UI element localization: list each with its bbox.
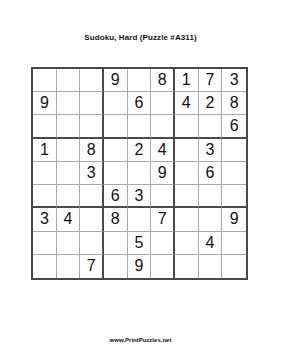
- cell-r7c5-empty[interactable]: [128, 208, 152, 231]
- cell-r5c6-given[interactable]: 9: [151, 162, 175, 185]
- cell-r1c2-empty[interactable]: [57, 69, 81, 92]
- cell-r3c6-empty[interactable]: [151, 115, 175, 138]
- cell-r1c9-given[interactable]: 3: [222, 69, 246, 92]
- cell-r6c3-empty[interactable]: [80, 185, 104, 208]
- cell-r9c3-given[interactable]: 7: [80, 255, 104, 278]
- cell-r4c4-empty[interactable]: [104, 139, 128, 162]
- cell-r9c6-empty[interactable]: [151, 255, 175, 278]
- sudoku-board: 981739642861824339663348795479: [31, 67, 248, 280]
- cell-r5c8-given[interactable]: 6: [199, 162, 223, 185]
- cell-r5c7-empty[interactable]: [175, 162, 199, 185]
- cell-r8c1-empty[interactable]: [33, 232, 57, 255]
- cell-r3c8-empty[interactable]: [199, 115, 223, 138]
- cell-r9c9-empty[interactable]: [222, 255, 246, 278]
- cell-r7c7-empty[interactable]: [175, 208, 199, 231]
- cell-r2c9-given[interactable]: 8: [222, 92, 246, 115]
- cell-r2c8-given[interactable]: 2: [199, 92, 223, 115]
- cell-r4c5-given[interactable]: 2: [128, 139, 152, 162]
- cell-r7c2-given[interactable]: 4: [57, 208, 81, 231]
- cell-r5c3-given[interactable]: 3: [80, 162, 104, 185]
- cell-r4c8-given[interactable]: 3: [199, 139, 223, 162]
- cell-r8c3-empty[interactable]: [80, 232, 104, 255]
- sudoku-page: Sudoku, Hard (Puzzle #A311) 981739642861…: [0, 0, 281, 363]
- cell-r2c3-empty[interactable]: [80, 92, 104, 115]
- cell-r1c7-given[interactable]: 1: [175, 69, 199, 92]
- cell-r5c4-empty[interactable]: [104, 162, 128, 185]
- cell-r8c7-empty[interactable]: [175, 232, 199, 255]
- cell-r6c8-empty[interactable]: [199, 185, 223, 208]
- puzzle-title: Sudoku, Hard (Puzzle #A311): [0, 33, 281, 42]
- cell-r7c1-given[interactable]: 3: [33, 208, 57, 231]
- cell-r2c4-empty[interactable]: [104, 92, 128, 115]
- cell-r9c7-empty[interactable]: [175, 255, 199, 278]
- cell-r5c5-empty[interactable]: [128, 162, 152, 185]
- cell-r1c6-given[interactable]: 8: [151, 69, 175, 92]
- cell-r6c4-given[interactable]: 6: [104, 185, 128, 208]
- cell-r1c5-empty[interactable]: [128, 69, 152, 92]
- cell-r1c1-empty[interactable]: [33, 69, 57, 92]
- cell-r9c2-empty[interactable]: [57, 255, 81, 278]
- cell-r8c9-empty[interactable]: [222, 232, 246, 255]
- cell-r3c4-empty[interactable]: [104, 115, 128, 138]
- cell-r1c3-empty[interactable]: [80, 69, 104, 92]
- cell-r4c3-given[interactable]: 8: [80, 139, 104, 162]
- cell-r1c8-given[interactable]: 7: [199, 69, 223, 92]
- cell-r3c9-given[interactable]: 6: [222, 115, 246, 138]
- cell-r4c9-empty[interactable]: [222, 139, 246, 162]
- cell-r7c9-given[interactable]: 9: [222, 208, 246, 231]
- cell-r4c2-empty[interactable]: [57, 139, 81, 162]
- cell-r6c1-empty[interactable]: [33, 185, 57, 208]
- cell-r2c7-given[interactable]: 4: [175, 92, 199, 115]
- cell-r5c2-empty[interactable]: [57, 162, 81, 185]
- cell-r3c5-empty[interactable]: [128, 115, 152, 138]
- cell-r9c1-empty[interactable]: [33, 255, 57, 278]
- cell-r7c4-given[interactable]: 8: [104, 208, 128, 231]
- footer-url: www.PrintPuzzles.net: [0, 337, 281, 343]
- cell-r9c4-empty[interactable]: [104, 255, 128, 278]
- cell-r8c8-given[interactable]: 4: [199, 232, 223, 255]
- cell-r9c8-empty[interactable]: [199, 255, 223, 278]
- cell-r3c2-empty[interactable]: [57, 115, 81, 138]
- cell-r9c5-given[interactable]: 9: [128, 255, 152, 278]
- cell-r3c3-empty[interactable]: [80, 115, 104, 138]
- cell-r7c6-given[interactable]: 7: [151, 208, 175, 231]
- cell-r8c2-empty[interactable]: [57, 232, 81, 255]
- cell-r8c6-empty[interactable]: [151, 232, 175, 255]
- cell-r6c2-empty[interactable]: [57, 185, 81, 208]
- cell-r4c6-given[interactable]: 4: [151, 139, 175, 162]
- cell-r3c1-empty[interactable]: [33, 115, 57, 138]
- cell-r4c7-empty[interactable]: [175, 139, 199, 162]
- cell-r7c3-empty[interactable]: [80, 208, 104, 231]
- cell-r8c4-empty[interactable]: [104, 232, 128, 255]
- cell-r4c1-given[interactable]: 1: [33, 139, 57, 162]
- cell-r6c7-empty[interactable]: [175, 185, 199, 208]
- cell-r2c5-given[interactable]: 6: [128, 92, 152, 115]
- cell-r3c7-empty[interactable]: [175, 115, 199, 138]
- cell-r6c5-given[interactable]: 3: [128, 185, 152, 208]
- cell-r8c5-given[interactable]: 5: [128, 232, 152, 255]
- cell-r2c2-empty[interactable]: [57, 92, 81, 115]
- cell-r7c8-empty[interactable]: [199, 208, 223, 231]
- cell-r6c9-empty[interactable]: [222, 185, 246, 208]
- cell-r2c6-empty[interactable]: [151, 92, 175, 115]
- cell-r1c4-given[interactable]: 9: [104, 69, 128, 92]
- cell-r6c6-empty[interactable]: [151, 185, 175, 208]
- cell-r2c1-given[interactable]: 9: [33, 92, 57, 115]
- cell-r5c9-empty[interactable]: [222, 162, 246, 185]
- cell-r5c1-empty[interactable]: [33, 162, 57, 185]
